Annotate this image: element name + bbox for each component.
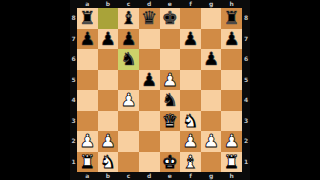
- rank-label-7: 7: [242, 29, 250, 50]
- rank-label-5: 5: [70, 70, 77, 91]
- square-b6[interactable]: [98, 49, 119, 70]
- file-label-h: h: [221, 0, 242, 8]
- square-g4[interactable]: [201, 90, 222, 111]
- square-d2[interactable]: [139, 131, 160, 152]
- piece-black-pawn[interactable]: ♟: [100, 29, 116, 47]
- square-a8[interactable]: ♜: [77, 8, 98, 29]
- piece-white-pawn[interactable]: ♟: [162, 70, 178, 88]
- square-f8[interactable]: [180, 8, 201, 29]
- square-g6[interactable]: ♟: [201, 49, 222, 70]
- square-d3[interactable]: [139, 111, 160, 132]
- square-a7[interactable]: ♟: [77, 29, 98, 50]
- file-label-d: d: [139, 172, 160, 180]
- square-a2[interactable]: ♟: [77, 131, 98, 152]
- square-c5[interactable]: [118, 70, 139, 91]
- square-b5[interactable]: [98, 70, 119, 91]
- file-label-a: a: [77, 0, 98, 8]
- square-b7[interactable]: ♟: [98, 29, 119, 50]
- square-f2[interactable]: ♟: [180, 131, 201, 152]
- file-label-h: h: [221, 172, 242, 180]
- rank-labels-right: 87654321: [242, 8, 250, 172]
- rank-label-8: 8: [70, 8, 77, 29]
- piece-white-pawn[interactable]: ♟: [100, 132, 116, 150]
- chess-board[interactable]: ♜♝♛♚♜♟♟♟♟♟♞♟♟♟♟♞♛♞♟♟♟♟♟♜♞♚♝♜: [77, 8, 242, 172]
- square-g3[interactable]: [201, 111, 222, 132]
- rank-label-3: 3: [242, 111, 250, 132]
- piece-white-pawn[interactable]: ♟: [224, 132, 240, 150]
- square-d1[interactable]: [139, 152, 160, 173]
- square-d7[interactable]: [139, 29, 160, 50]
- file-labels-top: abcdefgh: [77, 0, 242, 8]
- square-b4[interactable]: [98, 90, 119, 111]
- piece-white-rook[interactable]: ♜: [224, 152, 240, 170]
- rank-label-4: 4: [70, 90, 77, 111]
- letterbox-left: [0, 0, 70, 180]
- square-a1[interactable]: ♜: [77, 152, 98, 173]
- square-d4[interactable]: [139, 90, 160, 111]
- rank-label-5: 5: [242, 70, 250, 91]
- rank-label-3: 3: [70, 111, 77, 132]
- rank-label-1: 1: [70, 152, 77, 173]
- square-e3[interactable]: ♛: [160, 111, 181, 132]
- rank-label-6: 6: [242, 49, 250, 70]
- piece-white-pawn[interactable]: ♟: [182, 132, 198, 150]
- square-f5[interactable]: [180, 70, 201, 91]
- square-g7[interactable]: [201, 29, 222, 50]
- square-h1[interactable]: ♜: [221, 152, 242, 173]
- square-c2[interactable]: [118, 131, 139, 152]
- square-c1[interactable]: [118, 152, 139, 173]
- square-e7[interactable]: [160, 29, 181, 50]
- square-a5[interactable]: [77, 70, 98, 91]
- square-d5[interactable]: ♟: [139, 70, 160, 91]
- piece-black-pawn[interactable]: ♟: [79, 29, 95, 47]
- rank-label-6: 6: [70, 49, 77, 70]
- square-a4[interactable]: [77, 90, 98, 111]
- piece-black-king[interactable]: ♚: [162, 9, 178, 27]
- chess-board-frame: abcdefgh 87654321 ♜♝♛♚♜♟♟♟♟♟♞♟♟♟♟♞♛♞♟♟♟♟…: [70, 0, 250, 180]
- square-e6[interactable]: [160, 49, 181, 70]
- rank-label-8: 8: [242, 8, 250, 29]
- square-c3[interactable]: [118, 111, 139, 132]
- square-b8[interactable]: [98, 8, 119, 29]
- square-g8[interactable]: [201, 8, 222, 29]
- video-frame: abcdefgh 87654321 ♜♝♛♚♜♟♟♟♟♟♞♟♟♟♟♞♛♞♟♟♟♟…: [0, 0, 320, 180]
- square-a6[interactable]: [77, 49, 98, 70]
- piece-white-rook[interactable]: ♜: [79, 152, 95, 170]
- file-label-g: g: [201, 0, 222, 8]
- piece-black-bishop[interactable]: ♝: [120, 9, 136, 27]
- square-h5[interactable]: [221, 70, 242, 91]
- square-f4[interactable]: [180, 90, 201, 111]
- square-f3[interactable]: ♞: [180, 111, 201, 132]
- file-label-e: e: [160, 172, 181, 180]
- file-label-a: a: [77, 172, 98, 180]
- square-f1[interactable]: ♝: [180, 152, 201, 173]
- file-label-c: c: [118, 172, 139, 180]
- square-h8[interactable]: ♜: [221, 8, 242, 29]
- square-b2[interactable]: ♟: [98, 131, 119, 152]
- piece-black-rook[interactable]: ♜: [79, 9, 95, 27]
- square-c6[interactable]: ♞: [118, 49, 139, 70]
- rank-label-2: 2: [70, 131, 77, 152]
- file-label-b: b: [98, 172, 119, 180]
- piece-white-knight[interactable]: ♞: [182, 111, 198, 129]
- piece-white-pawn[interactable]: ♟: [120, 91, 136, 109]
- piece-black-knight[interactable]: ♞: [162, 91, 178, 109]
- piece-white-queen[interactable]: ♛: [162, 111, 178, 129]
- square-g2[interactable]: ♟: [201, 131, 222, 152]
- piece-black-pawn[interactable]: ♟: [182, 29, 198, 47]
- rank-label-4: 4: [242, 90, 250, 111]
- file-label-g: g: [201, 172, 222, 180]
- piece-white-king[interactable]: ♚: [162, 152, 178, 170]
- square-h2[interactable]: ♟: [221, 131, 242, 152]
- letterbox-right: [250, 0, 320, 180]
- square-e8[interactable]: ♚: [160, 8, 181, 29]
- square-e1[interactable]: ♚: [160, 152, 181, 173]
- piece-black-pawn[interactable]: ♟: [120, 29, 136, 47]
- piece-black-pawn[interactable]: ♟: [141, 70, 157, 88]
- rank-labels-left: 87654321: [70, 8, 77, 172]
- piece-black-rook[interactable]: ♜: [224, 9, 240, 27]
- rank-label-1: 1: [242, 152, 250, 173]
- square-h3[interactable]: [221, 111, 242, 132]
- rank-label-7: 7: [70, 29, 77, 50]
- piece-black-pawn[interactable]: ♟: [224, 29, 240, 47]
- square-e5[interactable]: ♟: [160, 70, 181, 91]
- piece-black-queen[interactable]: ♛: [141, 9, 157, 27]
- square-a3[interactable]: [77, 111, 98, 132]
- square-h7[interactable]: ♟: [221, 29, 242, 50]
- file-label-e: e: [160, 0, 181, 8]
- piece-black-pawn[interactable]: ♟: [203, 50, 219, 68]
- piece-white-bishop[interactable]: ♝: [182, 152, 198, 170]
- rank-label-2: 2: [242, 131, 250, 152]
- piece-black-knight[interactable]: ♞: [120, 50, 136, 68]
- square-d8[interactable]: ♛: [139, 8, 160, 29]
- file-labels-bottom: abcdefgh: [77, 172, 242, 180]
- square-e4[interactable]: ♞: [160, 90, 181, 111]
- file-label-c: c: [118, 0, 139, 8]
- piece-white-pawn[interactable]: ♟: [79, 132, 95, 150]
- file-label-f: f: [180, 172, 201, 180]
- square-g1[interactable]: [201, 152, 222, 173]
- file-label-f: f: [180, 0, 201, 8]
- square-g5[interactable]: [201, 70, 222, 91]
- square-b3[interactable]: [98, 111, 119, 132]
- square-h4[interactable]: [221, 90, 242, 111]
- square-c8[interactable]: ♝: [118, 8, 139, 29]
- square-f6[interactable]: [180, 49, 201, 70]
- square-d6[interactable]: [139, 49, 160, 70]
- square-c7[interactable]: ♟: [118, 29, 139, 50]
- piece-white-pawn[interactable]: ♟: [203, 132, 219, 150]
- file-label-d: d: [139, 0, 160, 8]
- square-b1[interactable]: ♞: [98, 152, 119, 173]
- square-c4[interactable]: ♟: [118, 90, 139, 111]
- square-f7[interactable]: ♟: [180, 29, 201, 50]
- file-label-b: b: [98, 0, 119, 8]
- square-e2[interactable]: [160, 131, 181, 152]
- square-h6[interactable]: [221, 49, 242, 70]
- piece-white-knight[interactable]: ♞: [100, 152, 116, 170]
